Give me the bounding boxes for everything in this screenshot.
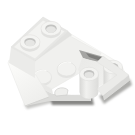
right-tray — [78, 50, 130, 101]
hollow-stud — [41, 21, 61, 38]
base-notch — [55, 88, 68, 96]
hollow-stud-tall — [80, 67, 99, 99]
product-photo — [0, 0, 135, 135]
hollow-stud — [20, 35, 40, 52]
lego-brick-illustration — [0, 0, 135, 135]
solid-stud — [57, 62, 76, 78]
lego-brick — [8, 17, 130, 106]
